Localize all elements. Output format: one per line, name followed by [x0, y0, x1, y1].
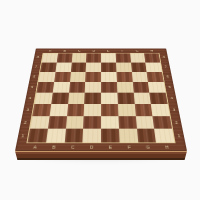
square-b3[interactable] [49, 104, 67, 116]
square-f6[interactable] [116, 72, 132, 82]
square-d5[interactable] [85, 82, 101, 93]
square-g3[interactable] [134, 104, 152, 116]
square-b4[interactable] [51, 93, 69, 104]
square-b7[interactable] [55, 62, 71, 71]
square-g2[interactable] [135, 116, 154, 129]
board-3d-wrapper: ABCDEFGH ABCDEFGH 87654321 87654321 [15, 48, 187, 151]
square-a4[interactable] [34, 93, 52, 104]
square-g8[interactable] [130, 53, 146, 62]
coord-label-file-b: B [44, 143, 64, 151]
square-d3[interactable] [84, 104, 101, 116]
square-b2[interactable] [48, 116, 67, 129]
square-a1[interactable] [28, 129, 48, 143]
square-b8[interactable] [57, 53, 73, 62]
coord-label-file-h: H [157, 143, 177, 151]
square-a2[interactable] [30, 116, 49, 129]
square-e3[interactable] [101, 104, 118, 116]
square-c8[interactable] [71, 53, 86, 62]
square-h7[interactable] [145, 62, 162, 71]
board-squares [26, 53, 175, 143]
square-d7[interactable] [86, 62, 101, 71]
square-a7[interactable] [40, 62, 57, 71]
square-a5[interactable] [36, 82, 54, 93]
square-d4[interactable] [84, 93, 101, 104]
square-c6[interactable] [70, 72, 86, 82]
square-e4[interactable] [101, 93, 118, 104]
square-h3[interactable] [151, 104, 170, 116]
coord-label-file-g: G [138, 143, 158, 151]
square-b1[interactable] [46, 129, 66, 143]
coordinates-bottom: ABCDEFGH [25, 143, 177, 151]
square-d1[interactable] [83, 129, 101, 143]
square-e7[interactable] [101, 62, 116, 71]
square-f8[interactable] [115, 53, 130, 62]
square-f4[interactable] [117, 93, 134, 104]
coord-label-file-a: A [25, 143, 45, 151]
square-f1[interactable] [119, 129, 138, 143]
square-f3[interactable] [118, 104, 136, 116]
coord-label-file-d: D [82, 143, 101, 151]
square-g7[interactable] [131, 62, 147, 71]
square-c7[interactable] [71, 62, 87, 71]
square-e5[interactable] [101, 82, 117, 93]
square-h5[interactable] [148, 82, 166, 93]
square-f5[interactable] [117, 82, 134, 93]
square-a8[interactable] [42, 53, 58, 62]
coord-label-file-e: E [101, 143, 120, 151]
square-f2[interactable] [118, 116, 136, 129]
square-e6[interactable] [101, 72, 117, 82]
square-h1[interactable] [154, 129, 174, 143]
square-g4[interactable] [133, 93, 151, 104]
square-a3[interactable] [32, 104, 51, 116]
board-side-edge [15, 151, 187, 160]
square-f7[interactable] [116, 62, 132, 71]
coord-label-file-c: C [63, 143, 82, 151]
square-e2[interactable] [101, 116, 119, 129]
square-c2[interactable] [65, 116, 83, 129]
square-b5[interactable] [53, 82, 70, 93]
square-h6[interactable] [147, 72, 164, 82]
chess-board: ABCDEFGH ABCDEFGH 87654321 87654321 [15, 48, 187, 151]
square-e8[interactable] [101, 53, 116, 62]
coord-label-file-f: F [120, 143, 139, 151]
square-c4[interactable] [68, 93, 85, 104]
square-h8[interactable] [144, 53, 160, 62]
square-e1[interactable] [101, 129, 119, 143]
square-c5[interactable] [69, 82, 86, 93]
square-c1[interactable] [64, 129, 83, 143]
photo-background: ABCDEFGH ABCDEFGH 87654321 87654321 [0, 0, 200, 200]
square-c3[interactable] [67, 104, 85, 116]
square-g1[interactable] [137, 129, 157, 143]
square-h4[interactable] [149, 93, 167, 104]
square-g6[interactable] [131, 72, 148, 82]
square-a6[interactable] [38, 72, 55, 82]
square-d2[interactable] [83, 116, 101, 129]
square-g5[interactable] [132, 82, 149, 93]
square-h2[interactable] [153, 116, 172, 129]
square-d6[interactable] [85, 72, 101, 82]
square-b6[interactable] [54, 72, 71, 82]
square-d8[interactable] [86, 53, 101, 62]
